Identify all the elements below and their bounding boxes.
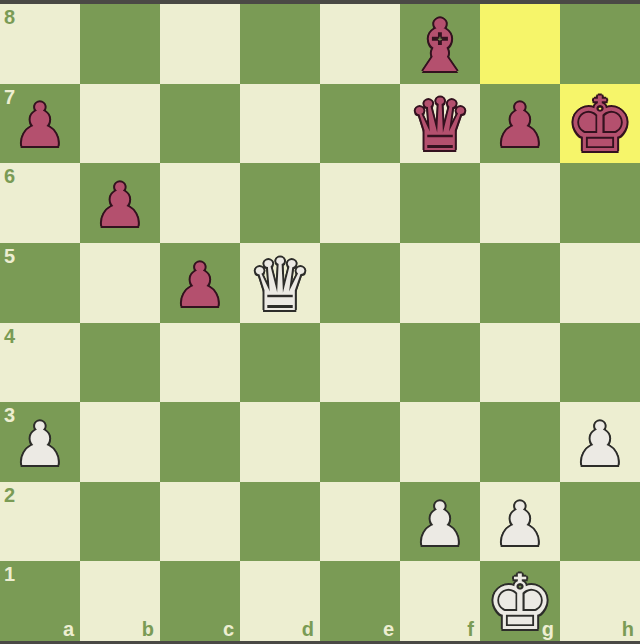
square-e2[interactable] <box>320 482 400 562</box>
square-e4[interactable] <box>320 323 400 403</box>
square-a1[interactable]: 1a <box>0 561 80 641</box>
square-h4[interactable] <box>560 323 640 403</box>
square-c1[interactable]: c <box>160 561 240 641</box>
rank-label-8: 8 <box>4 7 15 27</box>
square-f2[interactable]: ♟ <box>400 482 480 562</box>
square-c8[interactable] <box>160 4 240 84</box>
square-h6[interactable] <box>560 163 640 243</box>
square-a8[interactable]: 8 <box>0 4 80 84</box>
piece-white-queen[interactable]: ♛ <box>248 249 313 321</box>
square-d5[interactable]: ♛ <box>240 243 320 323</box>
square-d4[interactable] <box>240 323 320 403</box>
square-h5[interactable] <box>560 243 640 323</box>
chess-board-window: 8♝7♟♛♟♚6♟5♟♛43♟♟2♟♟1abcdefg♚h <box>0 0 640 644</box>
square-a6[interactable]: 6 <box>0 163 80 243</box>
square-e8[interactable] <box>320 4 400 84</box>
file-label-f: f <box>467 619 474 639</box>
rank-label-4: 4 <box>4 326 15 346</box>
piece-black-queen[interactable]: ♛ <box>408 89 473 161</box>
file-label-e: e <box>383 619 394 639</box>
piece-white-pawn[interactable]: ♟ <box>413 494 467 554</box>
piece-black-pawn[interactable]: ♟ <box>493 95 547 155</box>
square-b2[interactable] <box>80 482 160 562</box>
square-g3[interactable] <box>480 402 560 482</box>
square-d8[interactable] <box>240 4 320 84</box>
square-b1[interactable]: b <box>80 561 160 641</box>
square-b8[interactable] <box>80 4 160 84</box>
square-g4[interactable] <box>480 323 560 403</box>
square-g2[interactable]: ♟ <box>480 482 560 562</box>
square-d1[interactable]: d <box>240 561 320 641</box>
square-e5[interactable] <box>320 243 400 323</box>
square-g7[interactable]: ♟ <box>480 84 560 164</box>
rank-label-2: 2 <box>4 485 15 505</box>
piece-white-pawn[interactable]: ♟ <box>13 414 67 474</box>
file-label-a: a <box>63 619 74 639</box>
square-g1[interactable]: g♚ <box>480 561 560 641</box>
square-h7[interactable]: ♚ <box>560 84 640 164</box>
square-c5[interactable]: ♟ <box>160 243 240 323</box>
square-f6[interactable] <box>400 163 480 243</box>
square-d3[interactable] <box>240 402 320 482</box>
square-g6[interactable] <box>480 163 560 243</box>
square-h3[interactable]: ♟ <box>560 402 640 482</box>
square-b3[interactable] <box>80 402 160 482</box>
file-label-h: h <box>622 619 634 639</box>
square-b4[interactable] <box>80 323 160 403</box>
piece-black-pawn[interactable]: ♟ <box>173 255 227 315</box>
square-h2[interactable] <box>560 482 640 562</box>
square-a5[interactable]: 5 <box>0 243 80 323</box>
piece-black-king[interactable]: ♚ <box>566 87 634 163</box>
square-c3[interactable] <box>160 402 240 482</box>
square-g8[interactable] <box>480 4 560 84</box>
piece-white-pawn[interactable]: ♟ <box>493 494 547 554</box>
piece-black-pawn[interactable]: ♟ <box>13 95 67 155</box>
square-f5[interactable] <box>400 243 480 323</box>
square-g5[interactable] <box>480 243 560 323</box>
square-b7[interactable] <box>80 84 160 164</box>
rank-label-5: 5 <box>4 246 15 266</box>
square-h1[interactable]: h <box>560 561 640 641</box>
square-d7[interactable] <box>240 84 320 164</box>
square-e1[interactable]: e <box>320 561 400 641</box>
square-d6[interactable] <box>240 163 320 243</box>
square-c7[interactable] <box>160 84 240 164</box>
square-e6[interactable] <box>320 163 400 243</box>
square-b5[interactable] <box>80 243 160 323</box>
piece-black-pawn[interactable]: ♟ <box>93 175 147 235</box>
rank-label-6: 6 <box>4 166 15 186</box>
square-a7[interactable]: 7♟ <box>0 84 80 164</box>
square-b6[interactable]: ♟ <box>80 163 160 243</box>
piece-black-bishop[interactable]: ♝ <box>408 10 473 82</box>
square-a4[interactable]: 4 <box>0 323 80 403</box>
square-a3[interactable]: 3♟ <box>0 402 80 482</box>
square-c6[interactable] <box>160 163 240 243</box>
square-c4[interactable] <box>160 323 240 403</box>
square-h8[interactable] <box>560 4 640 84</box>
file-label-b: b <box>142 619 154 639</box>
square-f7[interactable]: ♛ <box>400 84 480 164</box>
square-f3[interactable] <box>400 402 480 482</box>
piece-white-king[interactable]: ♚ <box>486 565 554 641</box>
chess-board: 8♝7♟♛♟♚6♟5♟♛43♟♟2♟♟1abcdefg♚h <box>0 4 640 641</box>
file-label-c: c <box>223 619 234 639</box>
square-c2[interactable] <box>160 482 240 562</box>
square-e7[interactable] <box>320 84 400 164</box>
file-label-d: d <box>302 619 314 639</box>
rank-label-1: 1 <box>4 564 15 584</box>
square-a2[interactable]: 2 <box>0 482 80 562</box>
square-f4[interactable] <box>400 323 480 403</box>
square-e3[interactable] <box>320 402 400 482</box>
square-f1[interactable]: f <box>400 561 480 641</box>
piece-white-pawn[interactable]: ♟ <box>573 414 627 474</box>
square-d2[interactable] <box>240 482 320 562</box>
square-f8[interactable]: ♝ <box>400 4 480 84</box>
